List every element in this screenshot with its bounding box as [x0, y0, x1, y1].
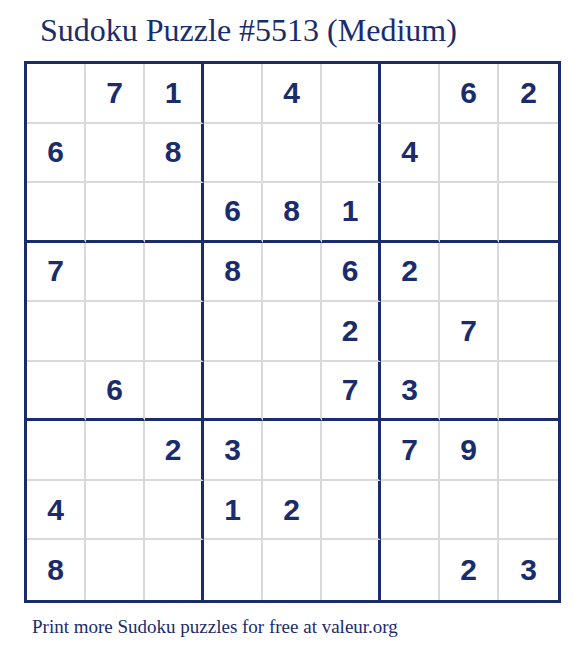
cell-r2c8 [440, 124, 499, 184]
cell-r8c8 [440, 481, 499, 541]
cell-r2c7: 4 [381, 124, 440, 184]
cell-r4c5 [263, 243, 322, 303]
cell-r5c9 [499, 302, 558, 362]
cell-r4c4: 8 [204, 243, 263, 303]
cell-r6c9 [499, 362, 558, 422]
cell-r5c3 [145, 302, 204, 362]
cell-r2c9 [499, 124, 558, 184]
footer-text: Print more Sudoku puzzles for free at va… [32, 616, 398, 638]
cell-r3c9 [499, 183, 558, 243]
cell-r9c9: 3 [499, 540, 558, 600]
cell-r7c4: 3 [204, 421, 263, 481]
cell-r9c4 [204, 540, 263, 600]
cell-r5c8: 7 [440, 302, 499, 362]
cell-r4c1: 7 [27, 243, 86, 303]
cell-r5c1 [27, 302, 86, 362]
cell-r1c1 [27, 64, 86, 124]
cell-r9c2 [86, 540, 145, 600]
cell-r6c6: 7 [322, 362, 381, 422]
cell-r2c4 [204, 124, 263, 184]
cell-r1c2: 7 [86, 64, 145, 124]
cell-r2c3: 8 [145, 124, 204, 184]
cell-r5c7 [381, 302, 440, 362]
cell-r6c1 [27, 362, 86, 422]
cell-r5c2 [86, 302, 145, 362]
cell-r4c9 [499, 243, 558, 303]
cell-r8c5: 2 [263, 481, 322, 541]
cell-r1c4 [204, 64, 263, 124]
cell-r8c4: 1 [204, 481, 263, 541]
cell-r9c8: 2 [440, 540, 499, 600]
cell-r2c6 [322, 124, 381, 184]
cell-r2c5 [263, 124, 322, 184]
cell-r9c7 [381, 540, 440, 600]
cell-r6c8 [440, 362, 499, 422]
cell-r5c5 [263, 302, 322, 362]
cell-r6c5 [263, 362, 322, 422]
cell-r4c8 [440, 243, 499, 303]
cell-r8c2 [86, 481, 145, 541]
cell-r3c6: 1 [322, 183, 381, 243]
cell-r5c4 [204, 302, 263, 362]
cell-r7c6 [322, 421, 381, 481]
cell-r3c7 [381, 183, 440, 243]
cell-r9c6 [322, 540, 381, 600]
cell-r1c8: 6 [440, 64, 499, 124]
cell-r4c7: 2 [381, 243, 440, 303]
cell-r1c7 [381, 64, 440, 124]
cell-r6c7: 3 [381, 362, 440, 422]
cell-r4c2 [86, 243, 145, 303]
cell-r8c6 [322, 481, 381, 541]
cell-r4c6: 6 [322, 243, 381, 303]
sudoku-page: Sudoku Puzzle #5513 (Medium) 71462684681… [0, 0, 574, 651]
cell-r3c4: 6 [204, 183, 263, 243]
cell-r9c3 [145, 540, 204, 600]
cell-r5c6: 2 [322, 302, 381, 362]
sudoku-board: 714626846817862276732379412823 [24, 61, 561, 603]
cell-r1c9: 2 [499, 64, 558, 124]
cell-r3c1 [27, 183, 86, 243]
cell-r7c8: 9 [440, 421, 499, 481]
cell-r2c2 [86, 124, 145, 184]
cell-r7c9 [499, 421, 558, 481]
cell-r9c1: 8 [27, 540, 86, 600]
cell-r6c4 [204, 362, 263, 422]
cell-r2c1: 6 [27, 124, 86, 184]
cell-r6c2: 6 [86, 362, 145, 422]
cell-r3c5: 8 [263, 183, 322, 243]
cell-r8c9 [499, 481, 558, 541]
cell-r7c5 [263, 421, 322, 481]
cell-r7c1 [27, 421, 86, 481]
cell-r6c3 [145, 362, 204, 422]
cell-r3c3 [145, 183, 204, 243]
cell-r3c2 [86, 183, 145, 243]
cell-r1c5: 4 [263, 64, 322, 124]
cell-r3c8 [440, 183, 499, 243]
cell-r1c3: 1 [145, 64, 204, 124]
cell-r1c6 [322, 64, 381, 124]
cell-r8c3 [145, 481, 204, 541]
page-title: Sudoku Puzzle #5513 (Medium) [40, 14, 457, 46]
cell-r9c5 [263, 540, 322, 600]
cell-r7c3: 2 [145, 421, 204, 481]
cell-r8c1: 4 [27, 481, 86, 541]
cell-r7c2 [86, 421, 145, 481]
cell-r4c3 [145, 243, 204, 303]
cell-r7c7: 7 [381, 421, 440, 481]
cell-r8c7 [381, 481, 440, 541]
